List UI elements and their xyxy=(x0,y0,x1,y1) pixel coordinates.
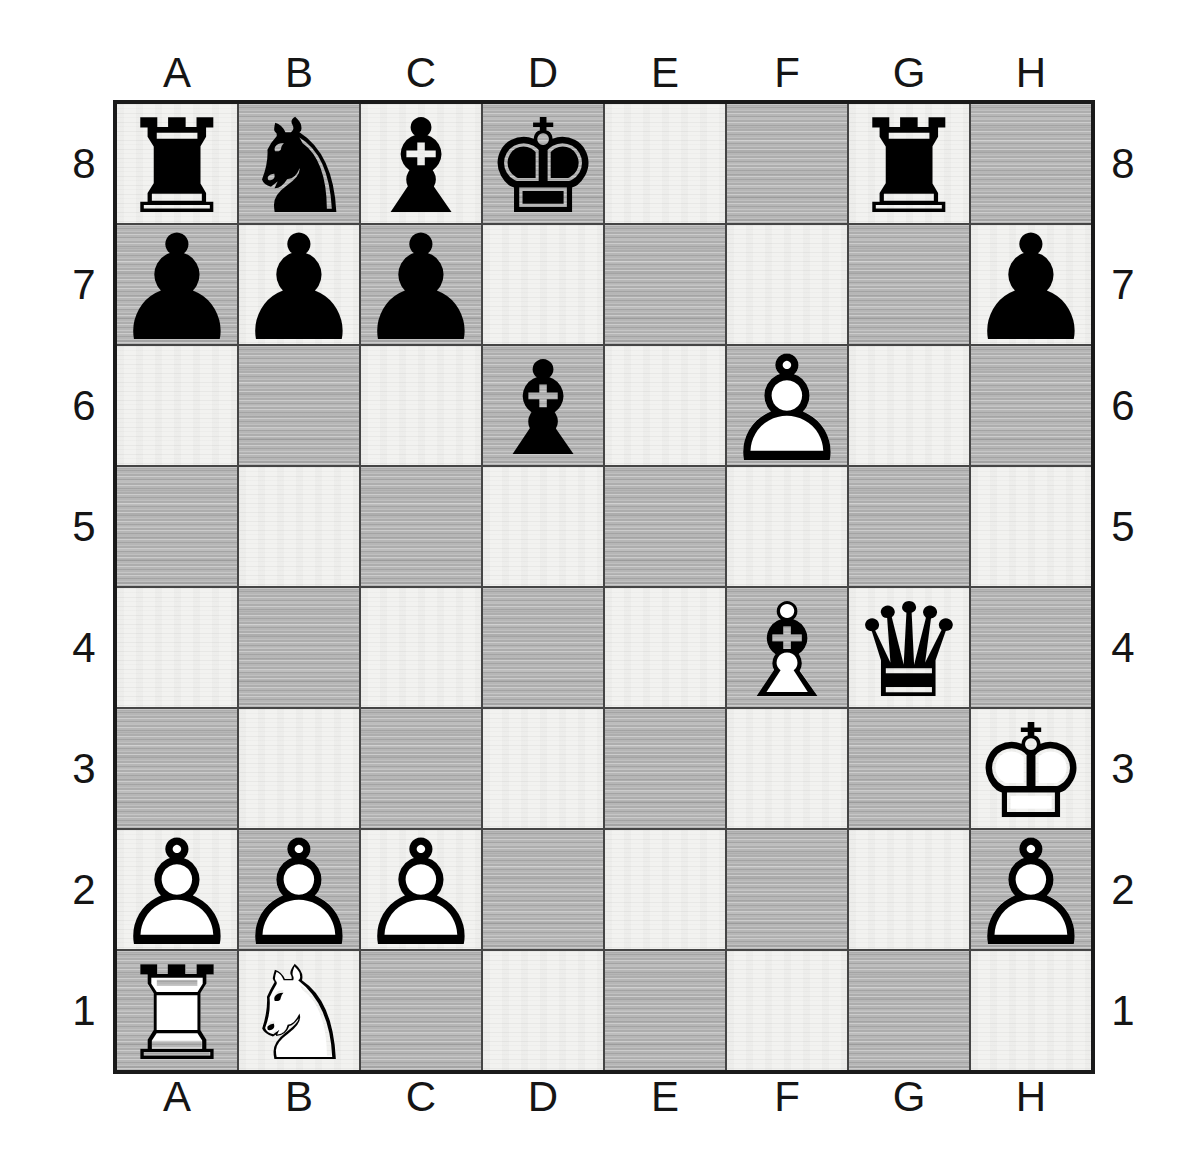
rank-labels-left: 87654321 xyxy=(58,104,110,1070)
file-label-e-bottom: E xyxy=(605,1072,725,1122)
piece-black-pawn[interactable]: ♟ xyxy=(239,225,359,344)
rank-label-4-left: 4 xyxy=(58,588,110,707)
square-e1[interactable] xyxy=(605,951,725,1070)
rank-label-5-left: 5 xyxy=(58,467,110,586)
black-rook-glyph: ♜ xyxy=(851,102,968,232)
piece-white-pawn[interactable]: ♟♙ xyxy=(239,830,359,949)
file-label-h-top: H xyxy=(971,48,1091,98)
rank-label-5-right: 5 xyxy=(1097,467,1149,586)
chess-board: ♜♞♝♚♜♟♟♟♟♝♟♙♝♗♛♚♔♟♙♟♙♟♙♟♙♜♖♞♘ xyxy=(113,100,1095,1074)
file-label-h-bottom: H xyxy=(971,1072,1091,1122)
square-g2[interactable] xyxy=(849,830,969,949)
square-c7[interactable]: ♟ xyxy=(361,225,481,344)
square-b1[interactable]: ♞♘ xyxy=(239,951,359,1070)
black-king-glyph: ♚ xyxy=(485,102,602,232)
black-pawn-glyph: ♟ xyxy=(966,215,1097,361)
square-d8[interactable]: ♚ xyxy=(483,104,603,223)
white-knight-glyph: ♘ xyxy=(241,949,358,1079)
square-f6[interactable]: ♟♙ xyxy=(727,346,847,465)
piece-black-rook[interactable]: ♜ xyxy=(849,104,969,223)
square-d3[interactable] xyxy=(483,709,603,828)
rank-label-7-left: 7 xyxy=(58,225,110,344)
rank-label-2-left: 2 xyxy=(58,830,110,949)
file-label-g-bottom: G xyxy=(849,1072,969,1122)
square-e4[interactable] xyxy=(605,588,725,707)
square-e3[interactable] xyxy=(605,709,725,828)
white-bishop-glyph: ♗ xyxy=(729,586,846,716)
piece-white-knight[interactable]: ♞♘ xyxy=(239,951,359,1070)
square-e7[interactable] xyxy=(605,225,725,344)
file-label-f-bottom: F xyxy=(727,1072,847,1122)
file-label-d-bottom: D xyxy=(483,1072,603,1122)
square-g4[interactable]: ♛ xyxy=(849,588,969,707)
rank-label-8-right: 8 xyxy=(1097,104,1149,223)
square-f3[interactable] xyxy=(727,709,847,828)
rank-label-8-left: 8 xyxy=(58,104,110,223)
square-c5[interactable] xyxy=(361,467,481,586)
rank-label-1-left: 1 xyxy=(58,951,110,1070)
piece-white-pawn[interactable]: ♟♙ xyxy=(361,830,481,949)
black-queen-glyph: ♛ xyxy=(851,586,968,716)
square-d2[interactable] xyxy=(483,830,603,949)
square-a2[interactable]: ♟♙ xyxy=(117,830,237,949)
file-label-f-top: F xyxy=(727,48,847,98)
piece-black-pawn[interactable]: ♟ xyxy=(117,225,237,344)
rank-label-1-right: 1 xyxy=(1097,951,1149,1070)
square-e2[interactable] xyxy=(605,830,725,949)
file-label-c-bottom: C xyxy=(361,1072,481,1122)
piece-black-pawn[interactable]: ♟ xyxy=(361,225,481,344)
chess-diagram-page: ABCDEFGH 87654321 ♜♞♝♚♜♟♟♟♟♝♟♙♝♗♛♚♔♟♙♟♙♟… xyxy=(0,0,1200,1158)
piece-white-pawn[interactable]: ♟♙ xyxy=(117,830,237,949)
square-b4[interactable] xyxy=(239,588,359,707)
file-label-e-top: E xyxy=(605,48,725,98)
square-b2[interactable]: ♟♙ xyxy=(239,830,359,949)
rank-label-2-right: 2 xyxy=(1097,830,1149,949)
square-h7[interactable]: ♟ xyxy=(971,225,1091,344)
square-e5[interactable] xyxy=(605,467,725,586)
piece-black-king[interactable]: ♚ xyxy=(483,104,603,223)
white-pawn-glyph: ♙ xyxy=(356,820,487,966)
rank-label-3-right: 3 xyxy=(1097,709,1149,828)
square-g5[interactable] xyxy=(849,467,969,586)
square-h2[interactable]: ♟♙ xyxy=(971,830,1091,949)
square-d7[interactable] xyxy=(483,225,603,344)
rank-label-7-right: 7 xyxy=(1097,225,1149,344)
rank-label-6-left: 6 xyxy=(58,346,110,465)
square-g7[interactable] xyxy=(849,225,969,344)
white-pawn-glyph: ♙ xyxy=(722,336,853,482)
square-b5[interactable] xyxy=(239,467,359,586)
square-f8[interactable] xyxy=(727,104,847,223)
square-g8[interactable]: ♜ xyxy=(849,104,969,223)
square-a5[interactable] xyxy=(117,467,237,586)
square-b7[interactable]: ♟ xyxy=(239,225,359,344)
square-a1[interactable]: ♜♖ xyxy=(117,951,237,1070)
rank-label-6-right: 6 xyxy=(1097,346,1149,465)
square-d1[interactable] xyxy=(483,951,603,1070)
square-g1[interactable] xyxy=(849,951,969,1070)
piece-white-rook[interactable]: ♜♖ xyxy=(117,951,237,1070)
white-rook-glyph: ♖ xyxy=(119,949,236,1079)
piece-white-pawn[interactable]: ♟♙ xyxy=(971,830,1091,949)
black-pawn-glyph: ♟ xyxy=(234,215,365,361)
square-c2[interactable]: ♟♙ xyxy=(361,830,481,949)
square-f2[interactable] xyxy=(727,830,847,949)
square-d5[interactable] xyxy=(483,467,603,586)
square-e6[interactable] xyxy=(605,346,725,465)
black-pawn-glyph: ♟ xyxy=(356,215,487,361)
piece-white-pawn[interactable]: ♟♙ xyxy=(727,346,847,465)
piece-black-queen[interactable]: ♛ xyxy=(849,588,969,707)
square-a4[interactable] xyxy=(117,588,237,707)
black-pawn-glyph: ♟ xyxy=(112,215,243,361)
piece-black-pawn[interactable]: ♟ xyxy=(971,225,1091,344)
black-bishop-glyph: ♝ xyxy=(485,344,602,474)
rank-label-3-left: 3 xyxy=(58,709,110,828)
square-c4[interactable] xyxy=(361,588,481,707)
square-h4[interactable] xyxy=(971,588,1091,707)
piece-black-bishop[interactable]: ♝ xyxy=(483,346,603,465)
white-pawn-glyph: ♙ xyxy=(966,820,1097,966)
square-g3[interactable] xyxy=(849,709,969,828)
square-e8[interactable] xyxy=(605,104,725,223)
square-f4[interactable]: ♝♗ xyxy=(727,588,847,707)
square-a7[interactable]: ♟ xyxy=(117,225,237,344)
square-d4[interactable] xyxy=(483,588,603,707)
rank-label-4-right: 4 xyxy=(1097,588,1149,707)
square-g6[interactable] xyxy=(849,346,969,465)
square-f1[interactable] xyxy=(727,951,847,1070)
piece-white-bishop[interactable]: ♝♗ xyxy=(727,588,847,707)
rank-labels-right: 87654321 xyxy=(1097,104,1149,1070)
square-d6[interactable]: ♝ xyxy=(483,346,603,465)
square-h5[interactable] xyxy=(971,467,1091,586)
